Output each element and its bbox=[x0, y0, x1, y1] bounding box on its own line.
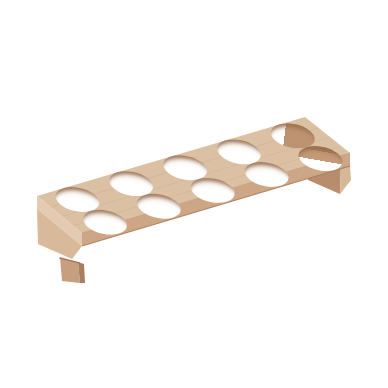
board-photo-scene bbox=[0, 0, 388, 388]
